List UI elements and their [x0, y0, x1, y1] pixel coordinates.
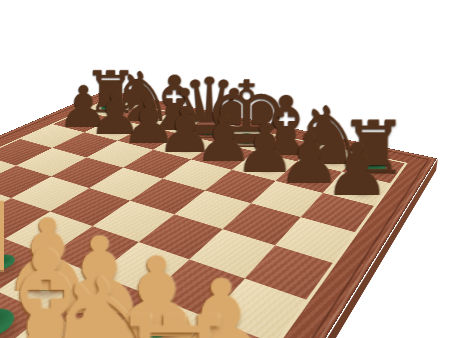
chess-set-photo: ♜♞♝♛♚♝♞♜♟♟♟♟♟♟♟♟♟♟♟♟♟♟♟♟♜♞♝♛♚♝♞♜ — [0, 0, 450, 338]
board-perspective-wrapper: ♜♞♝♛♚♝♞♜♟♟♟♟♟♟♟♟♟♟♟♟♟♟♟♟♜♞♝♛♚♝♞♜ — [0, 0, 450, 338]
rook-glyph: ♜ — [104, 296, 244, 338]
chess-board: ♜♞♝♛♚♝♞♜♟♟♟♟♟♟♟♟♟♟♟♟♟♟♟♟♜♞♝♛♚♝♞♜ — [0, 90, 437, 338]
